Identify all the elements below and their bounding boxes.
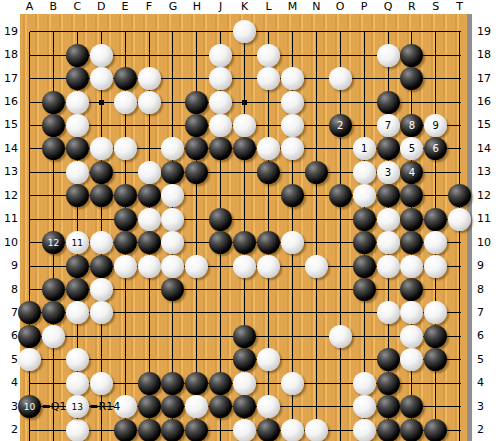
white-stone (233, 419, 256, 441)
row-label-right: 13 (477, 165, 497, 179)
black-stone (400, 44, 423, 67)
white-stone (400, 255, 423, 278)
black-stone (353, 231, 376, 254)
white-stone (329, 67, 352, 90)
row-label-right: 10 (477, 236, 497, 250)
white-stone (90, 44, 113, 67)
black-stone (138, 231, 161, 254)
white-stone (424, 255, 447, 278)
column-label: M (283, 0, 301, 13)
black-stone (138, 184, 161, 207)
white-stone (66, 114, 89, 137)
stone-move-7: 7 (377, 114, 400, 137)
black-stone (185, 372, 208, 395)
row-label-left: 4 (0, 376, 18, 390)
black-stone (329, 184, 352, 207)
column-label: G (164, 0, 182, 13)
black-stone (90, 184, 113, 207)
column-label: A (21, 0, 39, 13)
black-stone (138, 395, 161, 418)
column-label: L (260, 0, 278, 13)
white-stone (209, 44, 232, 67)
row-label-right: 18 (477, 48, 497, 62)
column-label: S (427, 0, 445, 13)
row-label-left: 14 (0, 142, 18, 156)
column-label: D (92, 0, 110, 13)
row-label-left: 11 (0, 212, 18, 226)
black-stone (138, 372, 161, 395)
white-stone (329, 325, 352, 348)
white-stone (257, 67, 280, 90)
white-stone (353, 395, 376, 418)
white-stone (257, 255, 280, 278)
row-label-left: 19 (0, 25, 18, 39)
row-label-right: 11 (477, 212, 497, 226)
white-stone (114, 91, 137, 114)
white-stone (138, 255, 161, 278)
row-label-left: 2 (0, 423, 18, 437)
white-stone (90, 231, 113, 254)
row-label-left: 18 (0, 48, 18, 62)
black-stone (66, 255, 89, 278)
black-stone (114, 231, 137, 254)
row-label-right: 15 (477, 118, 497, 132)
black-stone (114, 67, 137, 90)
black-stone (185, 91, 208, 114)
white-stone (257, 44, 280, 67)
black-stone (66, 278, 89, 301)
row-label-left: 15 (0, 118, 18, 132)
white-stone (281, 91, 304, 114)
black-stone (209, 208, 232, 231)
row-label-left: 12 (0, 189, 18, 203)
white-stone (233, 114, 256, 137)
white-stone (353, 184, 376, 207)
row-label-right: 2 (477, 423, 497, 437)
white-stone (209, 91, 232, 114)
black-stone (66, 184, 89, 207)
row-label-right: 6 (477, 329, 497, 343)
stone-move-13: 13 (66, 395, 89, 418)
column-label: R (403, 0, 421, 13)
black-stone (257, 419, 280, 441)
white-stone (114, 255, 137, 278)
black-stone (377, 395, 400, 418)
grid-line-vertical (29, 32, 30, 441)
white-stone (353, 372, 376, 395)
black-stone (353, 255, 376, 278)
stone-move-2: 2 (329, 114, 352, 137)
white-stone (305, 419, 328, 441)
column-label: B (44, 0, 62, 13)
black-stone (114, 208, 137, 231)
black-stone (281, 184, 304, 207)
white-stone (305, 255, 328, 278)
star-point (99, 100, 104, 105)
row-label-right: 16 (477, 95, 497, 109)
row-label-left: 3 (0, 400, 18, 414)
row-label-right: 8 (477, 283, 497, 297)
grid-line-vertical (316, 32, 317, 441)
black-stone (90, 255, 113, 278)
column-label: Q (379, 0, 397, 13)
black-stone (377, 91, 400, 114)
white-stone (42, 325, 65, 348)
grid-line-vertical (459, 32, 460, 441)
white-stone (377, 255, 400, 278)
row-label-right: 12 (477, 189, 497, 203)
row-label-left: 13 (0, 165, 18, 179)
white-stone (377, 231, 400, 254)
white-stone (281, 67, 304, 90)
black-stone (66, 44, 89, 67)
black-stone (377, 372, 400, 395)
column-label: O (331, 0, 349, 13)
black-stone (424, 208, 447, 231)
white-stone (233, 372, 256, 395)
row-label-right: 9 (477, 259, 497, 273)
stone-move-11: 11 (66, 231, 89, 254)
row-label-right: 7 (477, 306, 497, 320)
black-stone (377, 419, 400, 441)
white-stone (90, 137, 113, 160)
white-stone (114, 137, 137, 160)
column-label: C (68, 0, 86, 13)
black-stone (305, 161, 328, 184)
white-stone (66, 419, 89, 441)
row-label-right: 19 (477, 25, 497, 39)
white-stone (448, 208, 471, 231)
column-label: K (236, 0, 254, 13)
row-label-left: 16 (0, 95, 18, 109)
white-stone (66, 372, 89, 395)
column-label: H (188, 0, 206, 13)
white-stone (281, 419, 304, 441)
column-label: F (140, 0, 158, 13)
white-stone (161, 208, 184, 231)
black-stone (424, 419, 447, 441)
white-stone (281, 114, 304, 137)
black-stone (209, 372, 232, 395)
row-label-right: 4 (477, 376, 497, 390)
white-stone (377, 208, 400, 231)
black-stone (377, 137, 400, 160)
white-stone (233, 255, 256, 278)
white-stone (138, 161, 161, 184)
black-stone (114, 184, 137, 207)
row-label-right: 17 (477, 72, 497, 86)
black-stone (233, 325, 256, 348)
black-stone (90, 161, 113, 184)
row-label-left: 8 (0, 283, 18, 297)
row-label-left: 10 (0, 236, 18, 250)
column-label: T (451, 0, 469, 13)
black-stone (66, 67, 89, 90)
white-stone (66, 348, 89, 371)
black-stone (257, 231, 280, 254)
white-stone (138, 208, 161, 231)
legend-text: =R14 (89, 400, 120, 414)
column-label: P (355, 0, 373, 13)
black-stone (185, 419, 208, 441)
white-stone (353, 419, 376, 441)
black-stone (353, 278, 376, 301)
white-stone (90, 67, 113, 90)
black-stone (138, 419, 161, 441)
white-stone (281, 231, 304, 254)
white-stone (138, 91, 161, 114)
black-stone (114, 419, 137, 441)
white-stone (281, 372, 304, 395)
white-stone (90, 278, 113, 301)
black-stone (400, 419, 423, 441)
white-stone (90, 372, 113, 395)
column-label: J (212, 0, 230, 13)
white-stone (185, 255, 208, 278)
black-stone (42, 114, 65, 137)
row-label-left: 9 (0, 259, 18, 273)
black-stone (18, 325, 41, 348)
row-label-left: 6 (0, 329, 18, 343)
black-stone (42, 91, 65, 114)
row-label-left: 5 (0, 353, 18, 367)
row-label-left: 17 (0, 72, 18, 86)
black-stone (42, 278, 65, 301)
black-stone (161, 419, 184, 441)
row-label-left: 7 (0, 306, 18, 320)
white-stone (161, 255, 184, 278)
white-stone (66, 161, 89, 184)
white-stone (138, 67, 161, 90)
row-label-right: 3 (477, 400, 497, 414)
black-stone (257, 161, 280, 184)
stone-move-1: 1 (353, 137, 376, 160)
black-stone (353, 208, 376, 231)
row-label-right: 5 (477, 353, 497, 367)
go-board-diagram: ABCDEFGHJKLMNOPQRST191918181717161615151… (0, 0, 500, 441)
black-stone (400, 208, 423, 231)
black-stone (377, 348, 400, 371)
black-stone (377, 184, 400, 207)
column-label: E (116, 0, 134, 13)
white-stone (66, 91, 89, 114)
column-label: N (307, 0, 325, 13)
stone-move-3: 3 (377, 161, 400, 184)
grid-line-vertical (340, 32, 341, 441)
white-stone (209, 114, 232, 137)
star-point (242, 100, 247, 105)
white-stone (377, 301, 400, 324)
white-stone (353, 161, 376, 184)
row-label-right: 14 (477, 142, 497, 156)
stone-move-12: 12 (42, 231, 65, 254)
white-stone (377, 44, 400, 67)
black-stone (185, 161, 208, 184)
